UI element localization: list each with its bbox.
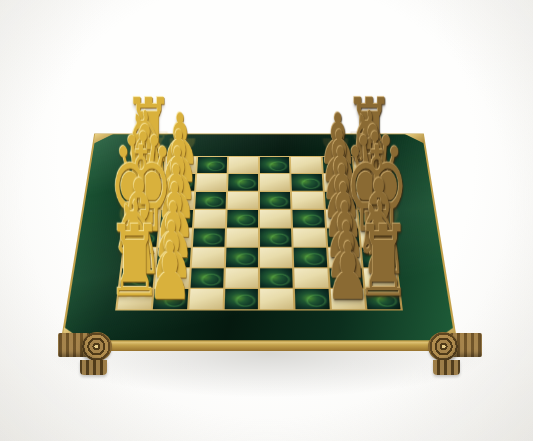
square-h4	[224, 289, 258, 309]
product-photo-scene: ♜♜♟♟♟♟♜♜♞♞♟♟♟♟♞♞♝♝♟♟♟♟♝♝♚♚♟♟♟♟♚♚♛♛♟♟♟♟♛♛…	[0, 0, 533, 441]
square-e3	[192, 229, 224, 247]
square-e4	[226, 229, 258, 247]
board-foot-left	[58, 332, 112, 376]
square-a4	[228, 157, 258, 173]
square-d3	[194, 210, 226, 228]
foot-toes	[433, 360, 460, 375]
square-g3	[190, 268, 224, 288]
square-f5	[260, 248, 292, 267]
square-g6	[294, 268, 328, 288]
square-h1: ♜♜	[117, 289, 152, 309]
square-b3	[196, 174, 227, 190]
chess-board: ♜♜♟♟♟♟♜♜♞♞♟♟♟♟♞♞♝♝♟♟♟♟♝♝♚♚♟♟♟♟♚♚♛♛♟♟♟♟♛♛…	[61, 133, 458, 341]
square-h3	[189, 289, 223, 309]
board-top-surface: ♜♜♟♟♟♟♜♜♞♞♟♟♟♟♞♞♝♝♟♟♟♟♝♝♚♚♟♟♟♟♚♚♛♛♟♟♟♟♛♛…	[61, 133, 458, 341]
square-f4	[226, 248, 258, 267]
square-h5	[260, 289, 294, 309]
square-c3	[195, 192, 226, 209]
square-d5	[260, 210, 291, 228]
piece-black-rook: ♜	[356, 215, 411, 309]
square-g4	[225, 268, 258, 288]
board-foot-right	[428, 332, 482, 376]
square-f6	[294, 248, 327, 267]
square-a3	[197, 157, 227, 173]
piece-white-rook: ♜	[107, 215, 162, 309]
square-c5	[260, 192, 291, 209]
square-c4	[227, 192, 258, 209]
square-b4	[228, 174, 258, 190]
square-a5	[260, 157, 290, 173]
foot-volute-icon	[428, 332, 458, 361]
foot-volute-icon	[82, 332, 112, 361]
square-e5	[260, 229, 292, 247]
square-h8: ♜♜	[365, 289, 400, 309]
square-g5	[260, 268, 293, 288]
board-grid: ♜♜♟♟♟♟♜♜♞♞♟♟♟♟♞♞♝♝♟♟♟♟♝♝♚♚♟♟♟♟♚♚♛♛♟♟♟♟♛♛…	[115, 156, 403, 310]
foot-toes	[80, 360, 107, 375]
square-b5	[260, 174, 290, 190]
square-d4	[227, 210, 258, 228]
square-f3	[191, 248, 224, 267]
